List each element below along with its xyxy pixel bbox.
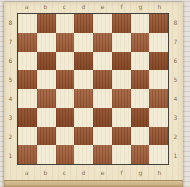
rank-label-left-5: 5 — [6, 70, 15, 89]
square-e2[interactable] — [93, 127, 112, 146]
square-e8[interactable] — [93, 14, 112, 33]
square-a3[interactable] — [18, 108, 37, 127]
square-f7[interactable] — [112, 33, 131, 52]
square-d1[interactable] — [74, 145, 93, 164]
square-h1[interactable] — [149, 145, 168, 164]
rank-label-left-2: 2 — [6, 127, 15, 146]
square-f1[interactable] — [112, 145, 131, 164]
file-labels-top: abcdefgh — [17, 4, 169, 12]
board-edge — [4, 180, 183, 187]
square-c3[interactable] — [56, 108, 75, 127]
file-label-bottom-e: e — [93, 170, 112, 178]
rank-label-left-7: 7 — [6, 32, 15, 51]
square-c5[interactable] — [56, 70, 75, 89]
square-h4[interactable] — [149, 89, 168, 108]
square-f3[interactable] — [112, 108, 131, 127]
square-c1[interactable] — [56, 145, 75, 164]
square-d4[interactable] — [74, 89, 93, 108]
square-d6[interactable] — [74, 52, 93, 71]
file-label-top-a: a — [17, 4, 36, 12]
square-f8[interactable] — [112, 14, 131, 33]
square-g1[interactable] — [131, 145, 150, 164]
file-label-bottom-d: d — [74, 170, 93, 178]
square-a1[interactable] — [18, 145, 37, 164]
square-h7[interactable] — [149, 33, 168, 52]
file-label-bottom-f: f — [112, 170, 131, 178]
square-g7[interactable] — [131, 33, 150, 52]
rank-label-right-2: 2 — [171, 127, 180, 146]
square-a2[interactable] — [18, 127, 37, 146]
square-e4[interactable] — [93, 89, 112, 108]
rank-label-right-8: 8 — [171, 13, 180, 32]
square-g2[interactable] — [131, 127, 150, 146]
square-f5[interactable] — [112, 70, 131, 89]
file-label-bottom-c: c — [55, 170, 74, 178]
file-label-top-g: g — [131, 4, 150, 12]
square-c4[interactable] — [56, 89, 75, 108]
square-g6[interactable] — [131, 52, 150, 71]
file-label-bottom-g: g — [131, 170, 150, 178]
square-d3[interactable] — [74, 108, 93, 127]
square-a7[interactable] — [18, 33, 37, 52]
rank-label-right-1: 1 — [171, 146, 180, 165]
board-grid — [17, 13, 169, 165]
square-h5[interactable] — [149, 70, 168, 89]
square-h8[interactable] — [149, 14, 168, 33]
square-a4[interactable] — [18, 89, 37, 108]
screenshot: abcdefgh 87654321 87654321 abcdefgh — [0, 0, 190, 187]
square-f6[interactable] — [112, 52, 131, 71]
rank-label-right-3: 3 — [171, 108, 180, 127]
file-label-bottom-b: b — [36, 170, 55, 178]
square-a5[interactable] — [18, 70, 37, 89]
file-label-bottom-h: h — [150, 170, 169, 178]
square-h3[interactable] — [149, 108, 168, 127]
square-f4[interactable] — [112, 89, 131, 108]
square-e6[interactable] — [93, 52, 112, 71]
square-b2[interactable] — [37, 127, 56, 146]
rank-label-left-3: 3 — [6, 108, 15, 127]
rank-label-left-8: 8 — [6, 13, 15, 32]
square-e1[interactable] — [93, 145, 112, 164]
square-a8[interactable] — [18, 14, 37, 33]
rank-label-right-6: 6 — [171, 51, 180, 70]
square-b5[interactable] — [37, 70, 56, 89]
square-b1[interactable] — [37, 145, 56, 164]
square-e7[interactable] — [93, 33, 112, 52]
square-f2[interactable] — [112, 127, 131, 146]
square-b4[interactable] — [37, 89, 56, 108]
chess-board: abcdefgh 87654321 87654321 abcdefgh — [4, 2, 183, 187]
square-a6[interactable] — [18, 52, 37, 71]
square-b7[interactable] — [37, 33, 56, 52]
square-b6[interactable] — [37, 52, 56, 71]
file-label-top-d: d — [74, 4, 93, 12]
file-label-bottom-a: a — [17, 170, 36, 178]
square-g3[interactable] — [131, 108, 150, 127]
rank-label-right-5: 5 — [171, 70, 180, 89]
square-h6[interactable] — [149, 52, 168, 71]
square-g5[interactable] — [131, 70, 150, 89]
square-b8[interactable] — [37, 14, 56, 33]
square-c7[interactable] — [56, 33, 75, 52]
rank-label-left-4: 4 — [6, 89, 15, 108]
rank-label-left-1: 1 — [6, 146, 15, 165]
rank-labels-right: 87654321 — [171, 13, 180, 165]
square-d7[interactable] — [74, 33, 93, 52]
square-d8[interactable] — [74, 14, 93, 33]
file-labels-bottom: abcdefgh — [17, 170, 169, 178]
file-label-top-f: f — [112, 4, 131, 12]
file-label-top-h: h — [150, 4, 169, 12]
square-b3[interactable] — [37, 108, 56, 127]
file-label-top-b: b — [36, 4, 55, 12]
rank-labels-left: 87654321 — [6, 13, 15, 165]
rank-label-right-4: 4 — [171, 89, 180, 108]
file-label-top-e: e — [93, 4, 112, 12]
square-g8[interactable] — [131, 14, 150, 33]
square-c8[interactable] — [56, 14, 75, 33]
file-label-top-c: c — [55, 4, 74, 12]
square-h2[interactable] — [149, 127, 168, 146]
square-e3[interactable] — [93, 108, 112, 127]
square-c2[interactable] — [56, 127, 75, 146]
square-g4[interactable] — [131, 89, 150, 108]
rank-label-right-7: 7 — [171, 32, 180, 51]
square-d5[interactable] — [74, 70, 93, 89]
square-d2[interactable] — [74, 127, 93, 146]
square-c6[interactable] — [56, 52, 75, 71]
square-e5[interactable] — [93, 70, 112, 89]
rank-label-left-6: 6 — [6, 51, 15, 70]
